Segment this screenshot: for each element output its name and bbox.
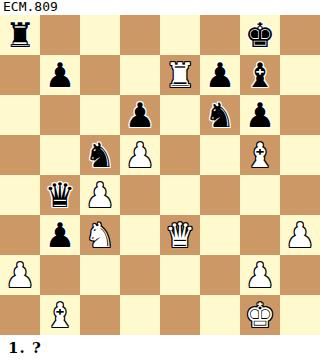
- piece-black-pawn-g6: ♟: [245, 95, 275, 135]
- square-c6[interactable]: [80, 95, 120, 135]
- piece-white-queen-e3: ♛: [165, 215, 195, 255]
- chess-board: ♜♚♟♜♟♝♟♞♟♞♟♝♛♟♟♞♛♟♟♟♝♚: [0, 15, 320, 335]
- square-f6[interactable]: ♞: [200, 95, 240, 135]
- square-b8[interactable]: [40, 15, 80, 55]
- square-h6[interactable]: [280, 95, 320, 135]
- square-b3[interactable]: ♟: [40, 215, 80, 255]
- square-d2[interactable]: [120, 255, 160, 295]
- square-h1[interactable]: [280, 295, 320, 335]
- piece-black-bishop-g7: ♝: [245, 55, 275, 95]
- square-f4[interactable]: [200, 175, 240, 215]
- square-h3[interactable]: ♟: [280, 215, 320, 255]
- chess-puzzle-window: ECM.809 ♜♚♟♜♟♝♟♞♟♞♟♝♛♟♟♞♛♟♟♟♝♚ 1. ?: [0, 0, 320, 360]
- move-prompt: 1. ?: [0, 335, 320, 360]
- square-g6[interactable]: ♟: [240, 95, 280, 135]
- square-a7[interactable]: [0, 55, 40, 95]
- square-h2[interactable]: [280, 255, 320, 295]
- square-d7[interactable]: [120, 55, 160, 95]
- square-b6[interactable]: [40, 95, 80, 135]
- square-a2[interactable]: ♟: [0, 255, 40, 295]
- square-g1[interactable]: ♚: [240, 295, 280, 335]
- piece-white-bishop-b1: ♝: [45, 295, 75, 335]
- square-e2[interactable]: [160, 255, 200, 295]
- piece-black-pawn-b3: ♟: [45, 215, 75, 255]
- square-e6[interactable]: [160, 95, 200, 135]
- square-h4[interactable]: [280, 175, 320, 215]
- piece-black-queen-b4: ♛: [45, 175, 75, 215]
- piece-black-pawn-d6: ♟: [125, 95, 155, 135]
- square-c2[interactable]: [80, 255, 120, 295]
- square-f1[interactable]: [200, 295, 240, 335]
- square-f5[interactable]: [200, 135, 240, 175]
- piece-black-king-g8: ♚: [245, 15, 275, 55]
- square-d4[interactable]: [120, 175, 160, 215]
- square-b5[interactable]: [40, 135, 80, 175]
- square-f3[interactable]: [200, 215, 240, 255]
- square-c5[interactable]: ♞: [80, 135, 120, 175]
- square-a5[interactable]: [0, 135, 40, 175]
- square-c8[interactable]: [80, 15, 120, 55]
- square-a3[interactable]: [0, 215, 40, 255]
- square-f7[interactable]: ♟: [200, 55, 240, 95]
- square-e7[interactable]: ♜: [160, 55, 200, 95]
- square-e3[interactable]: ♛: [160, 215, 200, 255]
- square-b2[interactable]: [40, 255, 80, 295]
- piece-black-pawn-b7: ♟: [45, 55, 75, 95]
- piece-white-king-g1: ♚: [245, 295, 275, 335]
- square-b7[interactable]: ♟: [40, 55, 80, 95]
- piece-white-pawn-d5: ♟: [125, 135, 155, 175]
- square-f2[interactable]: [200, 255, 240, 295]
- square-b1[interactable]: ♝: [40, 295, 80, 335]
- square-g4[interactable]: [240, 175, 280, 215]
- piece-black-pawn-f7: ♟: [205, 55, 235, 95]
- piece-white-knight-c3: ♞: [85, 215, 115, 255]
- square-d8[interactable]: [120, 15, 160, 55]
- square-h8[interactable]: [280, 15, 320, 55]
- square-g3[interactable]: [240, 215, 280, 255]
- square-d5[interactable]: ♟: [120, 135, 160, 175]
- square-g5[interactable]: ♝: [240, 135, 280, 175]
- square-h5[interactable]: [280, 135, 320, 175]
- square-d1[interactable]: [120, 295, 160, 335]
- square-d6[interactable]: ♟: [120, 95, 160, 135]
- square-g7[interactable]: ♝: [240, 55, 280, 95]
- square-a8[interactable]: ♜: [0, 15, 40, 55]
- square-e5[interactable]: [160, 135, 200, 175]
- square-b4[interactable]: ♛: [40, 175, 80, 215]
- square-g2[interactable]: ♟: [240, 255, 280, 295]
- square-c3[interactable]: ♞: [80, 215, 120, 255]
- square-c4[interactable]: ♟: [80, 175, 120, 215]
- piece-black-knight-c5: ♞: [85, 135, 115, 175]
- square-h7[interactable]: [280, 55, 320, 95]
- square-d3[interactable]: [120, 215, 160, 255]
- piece-white-bishop-g5: ♝: [245, 135, 275, 175]
- square-g8[interactable]: ♚: [240, 15, 280, 55]
- piece-white-pawn-c4: ♟: [85, 175, 115, 215]
- piece-white-pawn-g2: ♟: [245, 255, 275, 295]
- piece-black-rook-a8: ♜: [5, 15, 35, 55]
- piece-white-pawn-h3: ♟: [285, 215, 315, 255]
- puzzle-title: ECM.809: [0, 0, 320, 15]
- square-a4[interactable]: [0, 175, 40, 215]
- piece-white-rook-e7: ♜: [165, 55, 195, 95]
- square-e1[interactable]: [160, 295, 200, 335]
- square-f8[interactable]: [200, 15, 240, 55]
- piece-white-pawn-a2: ♟: [5, 255, 35, 295]
- square-e4[interactable]: [160, 175, 200, 215]
- square-c1[interactable]: [80, 295, 120, 335]
- square-e8[interactable]: [160, 15, 200, 55]
- piece-black-knight-f6: ♞: [205, 95, 235, 135]
- square-a6[interactable]: [0, 95, 40, 135]
- square-c7[interactable]: [80, 55, 120, 95]
- square-a1[interactable]: [0, 295, 40, 335]
